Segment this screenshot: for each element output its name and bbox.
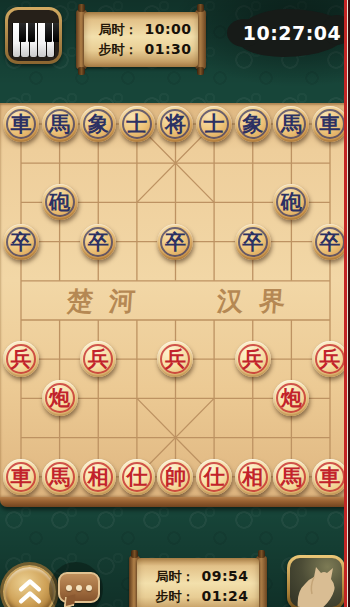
piece-glyph: 卒 (88, 231, 109, 252)
system-clock-overlay: 10:27:04 (236, 9, 348, 57)
player-avatar-button[interactable] (287, 555, 345, 607)
move-time-value: 01:30 (145, 41, 191, 58)
piece-black-chariot[interactable]: 車 (312, 106, 348, 142)
piece-black-general[interactable]: 将 (157, 106, 193, 142)
piece-glyph: 兵 (165, 348, 186, 369)
piece-glyph: 卒 (10, 231, 31, 252)
piece-glyph: 卒 (319, 231, 340, 252)
pieces-layer: 車馬象士将士象馬車砲砲卒卒卒卒卒兵兵兵兵兵炮炮車馬相仕帥仕相馬車 (2, 104, 350, 496)
piece-black-advisor[interactable]: 士 (119, 106, 155, 142)
xiangqi-app: 局时： 10:00 步时： 01:30 10:27:04 (0, 0, 350, 607)
piece-glyph: 車 (319, 113, 340, 134)
piece-red-soldier[interactable]: 兵 (312, 341, 348, 377)
piece-black-elephant[interactable]: 象 (80, 106, 116, 142)
piece-black-soldier[interactable]: 卒 (312, 224, 348, 260)
piece-red-soldier[interactable]: 兵 (235, 341, 271, 377)
piece-red-advisor[interactable]: 仕 (196, 459, 232, 495)
piece-glyph: 象 (88, 113, 109, 134)
piece-glyph: 馬 (281, 113, 302, 134)
piece-red-general[interactable]: 帥 (157, 459, 193, 495)
screen-edge-artifact (344, 0, 350, 607)
chat-button[interactable] (58, 572, 100, 603)
piece-glyph: 炮 (49, 387, 70, 408)
piece-glyph: 士 (126, 113, 147, 134)
piece-red-elephant[interactable]: 相 (235, 459, 271, 495)
piece-glyph: 兵 (10, 348, 31, 369)
game-time-value: 10:00 (145, 21, 191, 38)
piece-glyph: 炮 (281, 387, 302, 408)
piece-glyph: 仕 (204, 466, 225, 487)
move-time-value: 01:24 (202, 588, 248, 605)
game-time-label: 局时： (149, 568, 195, 585)
piece-black-soldier[interactable]: 卒 (157, 224, 193, 260)
piece-glyph: 車 (10, 113, 31, 134)
piece-red-soldier[interactable]: 兵 (157, 341, 193, 377)
piece-red-cannon[interactable]: 炮 (273, 380, 309, 416)
piece-glyph: 車 (10, 466, 31, 487)
piece-glyph: 象 (242, 113, 263, 134)
game-time-label: 局时： (92, 21, 138, 38)
piece-red-cannon[interactable]: 炮 (42, 380, 78, 416)
board-bottom-rim (0, 497, 350, 507)
piano-sound-button[interactable] (5, 7, 62, 64)
chat-dots-icon (66, 585, 72, 591)
game-time-value: 09:54 (202, 568, 248, 585)
piece-glyph: 卒 (242, 231, 263, 252)
piece-glyph: 兵 (319, 348, 340, 369)
piece-black-elephant[interactable]: 象 (235, 106, 271, 142)
piece-glyph: 将 (165, 113, 186, 134)
piece-red-chariot[interactable]: 車 (3, 459, 39, 495)
top-timer-scroll: 局时： 10:00 步时： 01:30 (76, 10, 206, 69)
piece-glyph: 馬 (49, 113, 70, 134)
piece-glyph: 相 (88, 466, 109, 487)
piece-black-horse[interactable]: 馬 (42, 106, 78, 142)
piece-black-cannon[interactable]: 砲 (42, 184, 78, 220)
piece-red-soldier[interactable]: 兵 (80, 341, 116, 377)
piece-glyph: 馬 (49, 466, 70, 487)
move-time-label: 步时： (92, 41, 138, 58)
double-chevron-up-icon (15, 576, 45, 606)
piece-red-horse[interactable]: 馬 (42, 459, 78, 495)
piece-glyph: 兵 (242, 348, 263, 369)
piece-glyph: 車 (319, 466, 340, 487)
piece-glyph: 卒 (165, 231, 186, 252)
system-clock-time: 10:27:04 (236, 9, 348, 57)
piece-red-advisor[interactable]: 仕 (119, 459, 155, 495)
xiangqi-board[interactable]: 楚河 汉界 車馬象士将士象馬車砲砲卒卒卒卒卒兵兵兵兵兵炮炮車馬相仕帥仕相馬車 (0, 103, 350, 507)
piece-red-soldier[interactable]: 兵 (3, 341, 39, 377)
piece-black-soldier[interactable]: 卒 (3, 224, 39, 260)
piece-red-chariot[interactable]: 車 (312, 459, 348, 495)
piece-glyph: 士 (204, 113, 225, 134)
piece-glyph: 馬 (281, 466, 302, 487)
bottom-timer-scroll: 局时： 09:54 步时： 01:24 (129, 556, 267, 607)
piece-glyph: 相 (242, 466, 263, 487)
piece-black-chariot[interactable]: 車 (3, 106, 39, 142)
piece-glyph: 砲 (281, 191, 302, 212)
move-time-label: 步时： (149, 588, 195, 605)
piece-glyph: 帥 (165, 466, 186, 487)
piano-icon (8, 10, 59, 61)
cat-avatar-image (290, 558, 342, 607)
piece-black-advisor[interactable]: 士 (196, 106, 232, 142)
piece-red-horse[interactable]: 馬 (273, 459, 309, 495)
piece-red-elephant[interactable]: 相 (80, 459, 116, 495)
piece-glyph: 仕 (126, 466, 147, 487)
piece-black-soldier[interactable]: 卒 (80, 224, 116, 260)
piece-glyph: 兵 (88, 348, 109, 369)
piece-black-horse[interactable]: 馬 (273, 106, 309, 142)
piece-black-soldier[interactable]: 卒 (235, 224, 271, 260)
piece-black-cannon[interactable]: 砲 (273, 184, 309, 220)
piece-glyph: 砲 (49, 191, 70, 212)
